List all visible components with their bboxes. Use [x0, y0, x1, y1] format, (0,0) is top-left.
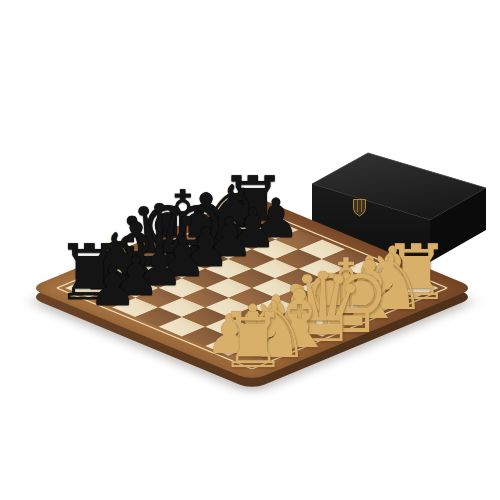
- box-crest-icon: [354, 200, 366, 217]
- black-pawn-icon: ♟: [88, 260, 136, 314]
- white-rook-icon: ♜: [218, 303, 286, 379]
- chess-set-product-photo: ♜♞♝♚♛♝♞♜♟♟♟♟♟♟♟♟♟♟♟♟♟♟♟♟♜♞♝♚♛♝♞♜: [0, 0, 500, 500]
